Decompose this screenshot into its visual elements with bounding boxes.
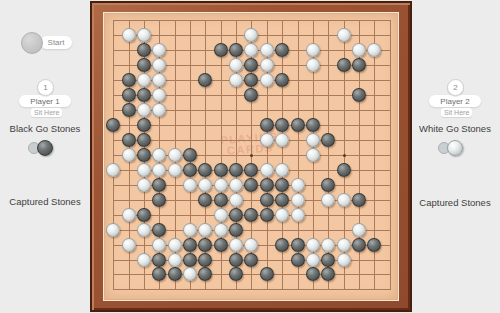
seat-1-sit-here-button[interactable]: Sit Here bbox=[31, 108, 62, 117]
stone-black[interactable] bbox=[244, 73, 258, 87]
stone-white[interactable] bbox=[260, 43, 274, 57]
right-panel: 2 Player 2 Sit Here White Go Stones Capt… bbox=[410, 0, 500, 313]
stone-black[interactable] bbox=[152, 267, 166, 281]
stone-black[interactable] bbox=[152, 253, 166, 267]
stone-white[interactable] bbox=[367, 43, 381, 57]
stone-white[interactable] bbox=[321, 193, 335, 207]
stone-black[interactable] bbox=[275, 193, 289, 207]
stone-white[interactable] bbox=[137, 73, 151, 87]
stone-black[interactable] bbox=[214, 43, 228, 57]
stone-black[interactable] bbox=[122, 73, 136, 87]
stone-white[interactable] bbox=[214, 208, 228, 222]
stone-white[interactable] bbox=[229, 193, 243, 207]
stone-black[interactable] bbox=[291, 238, 305, 252]
stone-black[interactable] bbox=[260, 193, 274, 207]
stone-black[interactable] bbox=[275, 43, 289, 57]
table-surface: Start 1 Player 1 Sit Here Black Go Stone… bbox=[0, 0, 500, 313]
stone-black[interactable] bbox=[291, 118, 305, 132]
stone-white[interactable] bbox=[321, 238, 335, 252]
stone-white[interactable] bbox=[152, 163, 166, 177]
seat-2-name: Player 2 bbox=[429, 95, 481, 107]
stone-black[interactable] bbox=[106, 118, 120, 132]
stone-white[interactable] bbox=[337, 193, 351, 207]
stone-black[interactable] bbox=[229, 267, 243, 281]
stone-black[interactable] bbox=[260, 208, 274, 222]
stone-white[interactable] bbox=[291, 193, 305, 207]
go-board-frame: PLAYING CARDS bbox=[90, 1, 412, 312]
stone-white[interactable] bbox=[106, 223, 120, 237]
seat-2-sit-here-button[interactable]: Sit Here bbox=[441, 108, 472, 117]
stone-black[interactable] bbox=[260, 178, 274, 192]
stone-white[interactable] bbox=[122, 238, 136, 252]
stone-black[interactable] bbox=[214, 163, 228, 177]
stone-black[interactable] bbox=[137, 208, 151, 222]
stone-black[interactable] bbox=[122, 88, 136, 102]
stone-black[interactable] bbox=[244, 163, 258, 177]
stone-black[interactable] bbox=[244, 58, 258, 72]
stone-black[interactable] bbox=[321, 178, 335, 192]
stone-white[interactable] bbox=[137, 163, 151, 177]
stone-white[interactable] bbox=[275, 208, 289, 222]
stone-black[interactable] bbox=[229, 43, 243, 57]
stone-black[interactable] bbox=[214, 193, 228, 207]
stone-black[interactable] bbox=[137, 133, 151, 147]
stone-black[interactable] bbox=[275, 178, 289, 192]
black-stones-label: Black Go Stones bbox=[0, 123, 90, 134]
stone-white[interactable] bbox=[260, 58, 274, 72]
stone-black[interactable] bbox=[291, 253, 305, 267]
stone-black[interactable] bbox=[122, 103, 136, 117]
stone-black[interactable] bbox=[229, 163, 243, 177]
stone-white[interactable] bbox=[275, 163, 289, 177]
stone-white[interactable] bbox=[137, 103, 151, 117]
stone-black[interactable] bbox=[183, 163, 197, 177]
white-stones-label: White Go Stones bbox=[410, 123, 500, 134]
stone-white[interactable] bbox=[198, 223, 212, 237]
stone-black[interactable] bbox=[321, 267, 335, 281]
stone-white[interactable] bbox=[260, 73, 274, 87]
stone-white[interactable] bbox=[229, 58, 243, 72]
stone-white[interactable] bbox=[244, 43, 258, 57]
stone-white[interactable] bbox=[137, 253, 151, 267]
stone-black[interactable] bbox=[321, 133, 335, 147]
stone-white[interactable] bbox=[137, 223, 151, 237]
stone-black[interactable] bbox=[306, 118, 320, 132]
stone-black[interactable] bbox=[321, 253, 335, 267]
stone-black[interactable] bbox=[198, 267, 212, 281]
stone-white[interactable] bbox=[152, 43, 166, 57]
stone-black[interactable] bbox=[214, 238, 228, 252]
stone-white[interactable] bbox=[137, 28, 151, 42]
stone-black[interactable] bbox=[275, 73, 289, 87]
stone-black[interactable] bbox=[352, 193, 366, 207]
stone-white[interactable] bbox=[244, 28, 258, 42]
stone-white[interactable] bbox=[337, 28, 351, 42]
black-stone-icon bbox=[37, 140, 53, 156]
stone-white[interactable] bbox=[260, 133, 274, 147]
stone-white[interactable] bbox=[152, 58, 166, 72]
stone-white[interactable] bbox=[198, 178, 212, 192]
stone-white[interactable] bbox=[291, 178, 305, 192]
stone-black[interactable] bbox=[152, 223, 166, 237]
stone-white[interactable] bbox=[152, 148, 166, 162]
stone-black[interactable] bbox=[198, 193, 212, 207]
stone-white[interactable] bbox=[229, 178, 243, 192]
seat-1-number: 1 bbox=[37, 79, 54, 96]
captured-stones-label-right: Captured Stones bbox=[410, 197, 500, 208]
stone-white[interactable] bbox=[214, 178, 228, 192]
stone-white[interactable] bbox=[352, 223, 366, 237]
stone-black[interactable] bbox=[244, 88, 258, 102]
stone-black[interactable] bbox=[198, 163, 212, 177]
stone-black[interactable] bbox=[229, 208, 243, 222]
stone-white[interactable] bbox=[106, 163, 120, 177]
stone-black[interactable] bbox=[183, 253, 197, 267]
stone-white[interactable] bbox=[291, 208, 305, 222]
seat-1-name: Player 1 bbox=[19, 95, 71, 107]
stone-white[interactable] bbox=[260, 163, 274, 177]
stone-black[interactable] bbox=[306, 267, 320, 281]
stone-black[interactable] bbox=[244, 253, 258, 267]
stone-black[interactable] bbox=[367, 238, 381, 252]
board-surface[interactable]: PLAYING CARDS bbox=[103, 12, 399, 301]
stone-black[interactable] bbox=[122, 133, 136, 147]
stone-white[interactable] bbox=[122, 28, 136, 42]
stone-white[interactable] bbox=[229, 238, 243, 252]
stone-white[interactable] bbox=[168, 253, 182, 267]
stone-white[interactable] bbox=[306, 133, 320, 147]
stone-white[interactable] bbox=[352, 43, 366, 57]
stone-black[interactable] bbox=[337, 58, 351, 72]
stone-black[interactable] bbox=[260, 267, 274, 281]
stone-white[interactable] bbox=[183, 178, 197, 192]
stone-white[interactable] bbox=[275, 133, 289, 147]
stone-black[interactable] bbox=[275, 238, 289, 252]
stone-white[interactable] bbox=[152, 88, 166, 102]
stone-white[interactable] bbox=[337, 253, 351, 267]
stone-white[interactable] bbox=[306, 58, 320, 72]
start-button[interactable]: Start bbox=[40, 36, 72, 49]
black-stone-pile[interactable] bbox=[28, 139, 54, 155]
start-token[interactable] bbox=[21, 32, 43, 54]
stone-black[interactable] bbox=[137, 58, 151, 72]
stone-white[interactable] bbox=[229, 73, 243, 87]
stone-black[interactable] bbox=[183, 148, 197, 162]
stone-black[interactable] bbox=[137, 88, 151, 102]
stone-black[interactable] bbox=[244, 208, 258, 222]
stone-black[interactable] bbox=[183, 238, 197, 252]
stone-black[interactable] bbox=[352, 58, 366, 72]
stone-white[interactable] bbox=[306, 238, 320, 252]
stone-black[interactable] bbox=[137, 118, 151, 132]
left-panel: Start 1 Player 1 Sit Here Black Go Stone… bbox=[0, 0, 90, 313]
stone-black[interactable] bbox=[152, 178, 166, 192]
grid-line bbox=[113, 289, 390, 290]
stone-white[interactable] bbox=[183, 267, 197, 281]
stone-black[interactable] bbox=[337, 163, 351, 177]
stone-black[interactable] bbox=[137, 43, 151, 57]
white-stone-pile[interactable] bbox=[438, 139, 464, 155]
stone-black[interactable] bbox=[352, 238, 366, 252]
stone-white[interactable] bbox=[152, 238, 166, 252]
stone-white[interactable] bbox=[168, 163, 182, 177]
stone-white[interactable] bbox=[306, 253, 320, 267]
stone-white[interactable] bbox=[337, 238, 351, 252]
stone-black[interactable] bbox=[275, 118, 289, 132]
stone-white[interactable] bbox=[306, 148, 320, 162]
stone-white[interactable] bbox=[122, 148, 136, 162]
stone-black[interactable] bbox=[244, 178, 258, 192]
stone-white[interactable] bbox=[306, 43, 320, 57]
stone-white[interactable] bbox=[137, 178, 151, 192]
stone-black[interactable] bbox=[168, 267, 182, 281]
stone-white[interactable] bbox=[183, 223, 197, 237]
stone-black[interactable] bbox=[229, 253, 243, 267]
stone-black[interactable] bbox=[198, 253, 212, 267]
stone-white[interactable] bbox=[168, 238, 182, 252]
stone-black[interactable] bbox=[152, 193, 166, 207]
stone-black[interactable] bbox=[260, 118, 274, 132]
stone-black[interactable] bbox=[137, 148, 151, 162]
star-point bbox=[343, 154, 346, 157]
stone-black[interactable] bbox=[229, 223, 243, 237]
stone-white[interactable] bbox=[244, 238, 258, 252]
captured-stones-label-left: Captured Stones bbox=[0, 196, 90, 207]
stone-black[interactable] bbox=[198, 238, 212, 252]
stone-white[interactable] bbox=[152, 103, 166, 117]
stone-white[interactable] bbox=[168, 148, 182, 162]
stone-white[interactable] bbox=[152, 73, 166, 87]
stone-white[interactable] bbox=[122, 208, 136, 222]
stone-white[interactable] bbox=[214, 223, 228, 237]
seat-2-number: 2 bbox=[447, 79, 464, 96]
stone-black[interactable] bbox=[198, 73, 212, 87]
grid-line bbox=[390, 20, 391, 290]
stone-black[interactable] bbox=[352, 88, 366, 102]
white-stone-icon bbox=[447, 140, 463, 156]
